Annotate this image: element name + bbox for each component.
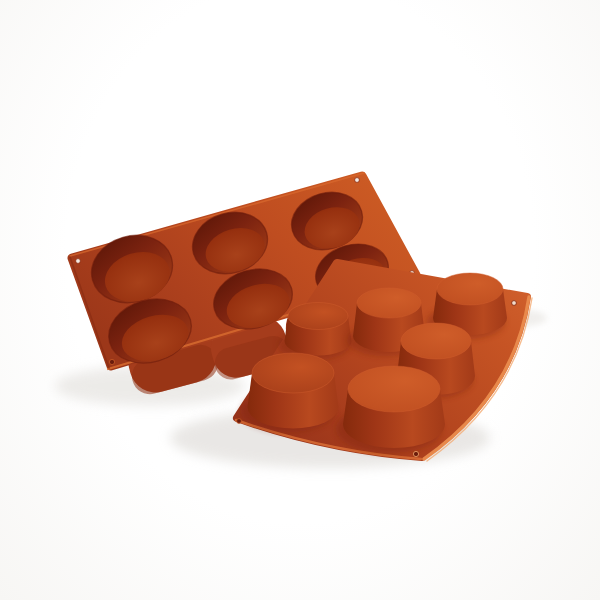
- product-photo-figure: [0, 0, 600, 600]
- scene-svg: [0, 0, 600, 600]
- front-mold-corner-hole-right: [512, 301, 517, 306]
- back-mold-corner-hole-top: [355, 178, 360, 183]
- back-mold-corner-hole-left: [76, 259, 81, 264]
- front-mold-corner-hole-bottom: [413, 451, 418, 456]
- back-mold-corner-hole-bottom: [109, 359, 114, 364]
- front-mold-corner-hole-left: [237, 419, 242, 424]
- front-mold-cup-near-left: [241, 353, 339, 432]
- front-mold-cup-near-middle: [336, 366, 445, 453]
